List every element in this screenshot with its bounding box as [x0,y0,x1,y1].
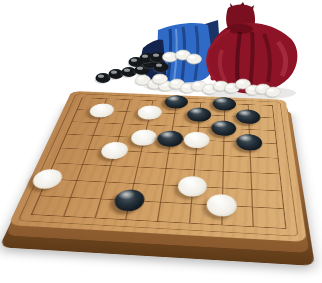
stone-highlight [156,64,162,67]
white-stone [87,103,115,118]
stone-highlight [165,54,171,57]
white-stone [177,175,207,197]
black-stone [112,189,146,212]
board-grid [31,98,287,230]
black-stone [236,134,263,152]
stone-highlight [189,56,195,59]
black-stone [210,120,235,136]
white-stone [129,129,158,146]
grid-line-horizontal [54,163,279,175]
white-stone [136,105,163,120]
black-stone [236,109,261,124]
spilled-white-stone [187,54,202,64]
grid-line-horizontal [61,148,278,159]
board-surface [8,91,307,242]
white-stone [98,141,129,159]
black-stone [186,107,211,122]
product-photo-go-set [0,0,322,283]
white-stone [206,194,237,218]
white-stone [29,168,65,189]
grid-line-horizontal [40,196,283,210]
stone-highlight [178,52,184,55]
go-board [14,68,322,268]
stone-highlight [153,54,159,57]
grid-line-horizontal [47,178,281,191]
board-tilt-plane [11,105,304,259]
spilled-black-stone [129,57,144,67]
grid-line-vertical [157,102,177,221]
black-stone [163,95,188,109]
stone-highlight [142,55,148,58]
white-stone [183,131,210,148]
stone-highlight [131,59,137,62]
black-stone [156,130,184,147]
black-stone [212,97,236,111]
